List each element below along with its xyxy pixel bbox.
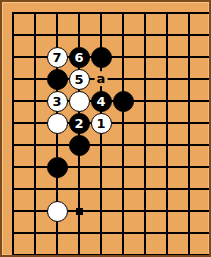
board-intersection[interactable] — [68, 244, 90, 257]
stone-white-C10[interactable] — [47, 201, 68, 222]
board-intersection[interactable] — [134, 244, 156, 257]
board-intersection[interactable] — [68, 178, 90, 200]
board-intersection[interactable] — [134, 46, 156, 68]
board-intersection[interactable] — [90, 2, 112, 24]
stone-white-C17[interactable]: 7 — [47, 47, 68, 68]
board-intersection[interactable] — [112, 68, 134, 90]
board-intersection[interactable] — [134, 156, 156, 178]
board-intersection[interactable] — [178, 46, 200, 68]
board-intersection[interactable] — [200, 178, 211, 200]
board-intersection[interactable] — [200, 200, 211, 222]
board-intersection[interactable] — [24, 2, 46, 24]
board-intersection[interactable] — [24, 112, 46, 134]
move-number: 3 — [52, 95, 61, 108]
board-intersection[interactable] — [156, 24, 178, 46]
board-intersection[interactable] — [90, 46, 112, 68]
board-intersection[interactable] — [90, 24, 112, 46]
stone-black-F15[interactable] — [113, 91, 134, 112]
board-intersection[interactable] — [2, 178, 24, 200]
board-intersection[interactable] — [156, 2, 178, 24]
board-intersection[interactable] — [46, 68, 68, 90]
board-intersection[interactable] — [2, 46, 24, 68]
board-intersection[interactable] — [178, 178, 200, 200]
board-intersection[interactable] — [200, 156, 211, 178]
board-intersection[interactable] — [200, 222, 211, 244]
stone-black-C16[interactable] — [47, 69, 68, 90]
board-intersection[interactable] — [178, 112, 200, 134]
board-intersection[interactable] — [68, 2, 90, 24]
stone-white-C14[interactable] — [47, 113, 68, 134]
board-intersection[interactable] — [178, 244, 200, 257]
board-intersection[interactable] — [24, 156, 46, 178]
board-intersection[interactable] — [112, 2, 134, 24]
board-intersection[interactable] — [178, 68, 200, 90]
board-intersection[interactable] — [112, 156, 134, 178]
stone-black-E17[interactable] — [91, 47, 112, 68]
move-number: 6 — [74, 51, 83, 64]
board-intersection[interactable] — [2, 134, 24, 156]
stone-black-C12[interactable] — [47, 157, 68, 178]
board-intersection[interactable] — [156, 244, 178, 257]
move-number: 7 — [52, 51, 61, 64]
board-intersection[interactable] — [178, 24, 200, 46]
board-intersection[interactable] — [134, 200, 156, 222]
board-intersection[interactable] — [200, 24, 211, 46]
board-intersection[interactable] — [24, 200, 46, 222]
board-intersection[interactable] — [68, 24, 90, 46]
board-intersection[interactable] — [24, 46, 46, 68]
board-intersection[interactable] — [112, 244, 134, 257]
board-intersection[interactable] — [156, 112, 178, 134]
board-intersection[interactable]: 1 — [90, 112, 112, 134]
move-number: 2 — [74, 117, 83, 130]
board-intersection[interactable] — [112, 134, 134, 156]
board-intersection[interactable] — [156, 156, 178, 178]
board-intersection[interactable] — [156, 200, 178, 222]
board-intersection[interactable] — [112, 178, 134, 200]
board-intersection[interactable] — [178, 90, 200, 112]
board-intersection[interactable] — [68, 156, 90, 178]
board-intersection[interactable] — [200, 2, 211, 24]
move-number: 1 — [96, 117, 105, 130]
board-intersection[interactable] — [24, 222, 46, 244]
board-intersection[interactable] — [156, 222, 178, 244]
hoshi-point-D10 — [76, 208, 83, 215]
board-intersection[interactable] — [68, 134, 90, 156]
board-intersection[interactable] — [90, 222, 112, 244]
stone-white-D15[interactable] — [69, 91, 90, 112]
stone-white-C15[interactable]: 3 — [47, 91, 68, 112]
board-intersection[interactable] — [112, 46, 134, 68]
board-intersection[interactable] — [24, 244, 46, 257]
board-intersection[interactable] — [134, 68, 156, 90]
board-intersection[interactable]: 4 — [90, 90, 112, 112]
board-intersection[interactable]: 6 — [68, 46, 90, 68]
go-board-diagram: 765a3421 — [0, 0, 211, 257]
board-intersection[interactable] — [200, 46, 211, 68]
board-intersection[interactable] — [112, 90, 134, 112]
board-intersection[interactable] — [46, 200, 68, 222]
board-intersection[interactable]: 3 — [46, 90, 68, 112]
board-intersection[interactable] — [46, 2, 68, 24]
go-board-grid: 765a3421 — [2, 2, 211, 257]
stone-black-D17[interactable]: 6 — [69, 47, 90, 68]
board-intersection[interactable] — [2, 68, 24, 90]
move-number: 4 — [96, 95, 105, 108]
board-intersection[interactable] — [46, 24, 68, 46]
board-intersection[interactable] — [134, 24, 156, 46]
stone-black-D14[interactable]: 2 — [69, 113, 90, 134]
board-intersection[interactable] — [2, 156, 24, 178]
board-intersection[interactable] — [46, 244, 68, 257]
move-number: 5 — [74, 73, 83, 86]
board-intersection[interactable] — [90, 200, 112, 222]
board-intersection[interactable] — [90, 134, 112, 156]
board-intersection[interactable] — [112, 222, 134, 244]
board-intersection[interactable] — [134, 90, 156, 112]
board-intersection[interactable] — [134, 178, 156, 200]
board-intersection[interactable] — [24, 134, 46, 156]
board-intersection[interactable] — [68, 222, 90, 244]
board-intersection[interactable]: a — [90, 68, 112, 90]
board-intersection[interactable] — [46, 134, 68, 156]
board-intersection[interactable] — [2, 24, 24, 46]
board-intersection[interactable] — [156, 178, 178, 200]
stone-white-E14[interactable]: 1 — [91, 113, 112, 134]
board-intersection[interactable] — [24, 178, 46, 200]
board-intersection[interactable]: 5 — [68, 68, 90, 90]
board-intersection[interactable] — [112, 112, 134, 134]
board-intersection[interactable] — [24, 90, 46, 112]
board-intersection[interactable] — [178, 222, 200, 244]
board-intersection[interactable] — [46, 112, 68, 134]
board-intersection[interactable] — [200, 244, 211, 257]
board-intersection[interactable]: 7 — [46, 46, 68, 68]
board-intersection[interactable] — [156, 134, 178, 156]
board-intersection[interactable] — [112, 200, 134, 222]
board-intersection[interactable] — [2, 222, 24, 244]
board-intersection[interactable] — [68, 200, 90, 222]
board-intersection[interactable] — [156, 90, 178, 112]
board-intersection[interactable] — [134, 2, 156, 24]
board-intersection[interactable] — [200, 90, 211, 112]
board-intersection[interactable] — [90, 178, 112, 200]
board-intersection[interactable] — [200, 112, 211, 134]
board-intersection[interactable] — [46, 156, 68, 178]
board-intersection[interactable] — [2, 90, 24, 112]
board-intersection[interactable] — [68, 90, 90, 112]
stone-black-E15[interactable]: 4 — [91, 91, 112, 112]
board-intersection[interactable] — [178, 134, 200, 156]
board-intersection[interactable] — [2, 244, 24, 257]
board-intersection[interactable]: 2 — [68, 112, 90, 134]
board-intersection[interactable] — [24, 68, 46, 90]
board-intersection[interactable] — [134, 112, 156, 134]
board-intersection[interactable] — [134, 222, 156, 244]
board-intersection[interactable] — [2, 200, 24, 222]
board-intersection[interactable] — [2, 2, 24, 24]
board-intersection[interactable] — [112, 24, 134, 46]
board-intersection[interactable] — [156, 46, 178, 68]
board-intersection[interactable] — [90, 244, 112, 257]
board-intersection[interactable] — [46, 222, 68, 244]
board-intersection[interactable] — [24, 24, 46, 46]
board-intersection[interactable] — [46, 178, 68, 200]
stone-black-D13[interactable] — [69, 135, 90, 156]
board-intersection[interactable] — [2, 112, 24, 134]
board-intersection[interactable] — [178, 156, 200, 178]
board-intersection[interactable] — [90, 156, 112, 178]
board-intersection[interactable] — [178, 200, 200, 222]
board-intersection[interactable] — [134, 134, 156, 156]
board-intersection[interactable] — [156, 68, 178, 90]
board-intersection[interactable] — [200, 134, 211, 156]
point-label-E16: a — [95, 71, 108, 86]
stone-white-D16[interactable]: 5 — [69, 69, 90, 90]
board-intersection[interactable] — [200, 68, 211, 90]
board-intersection[interactable] — [178, 2, 200, 24]
